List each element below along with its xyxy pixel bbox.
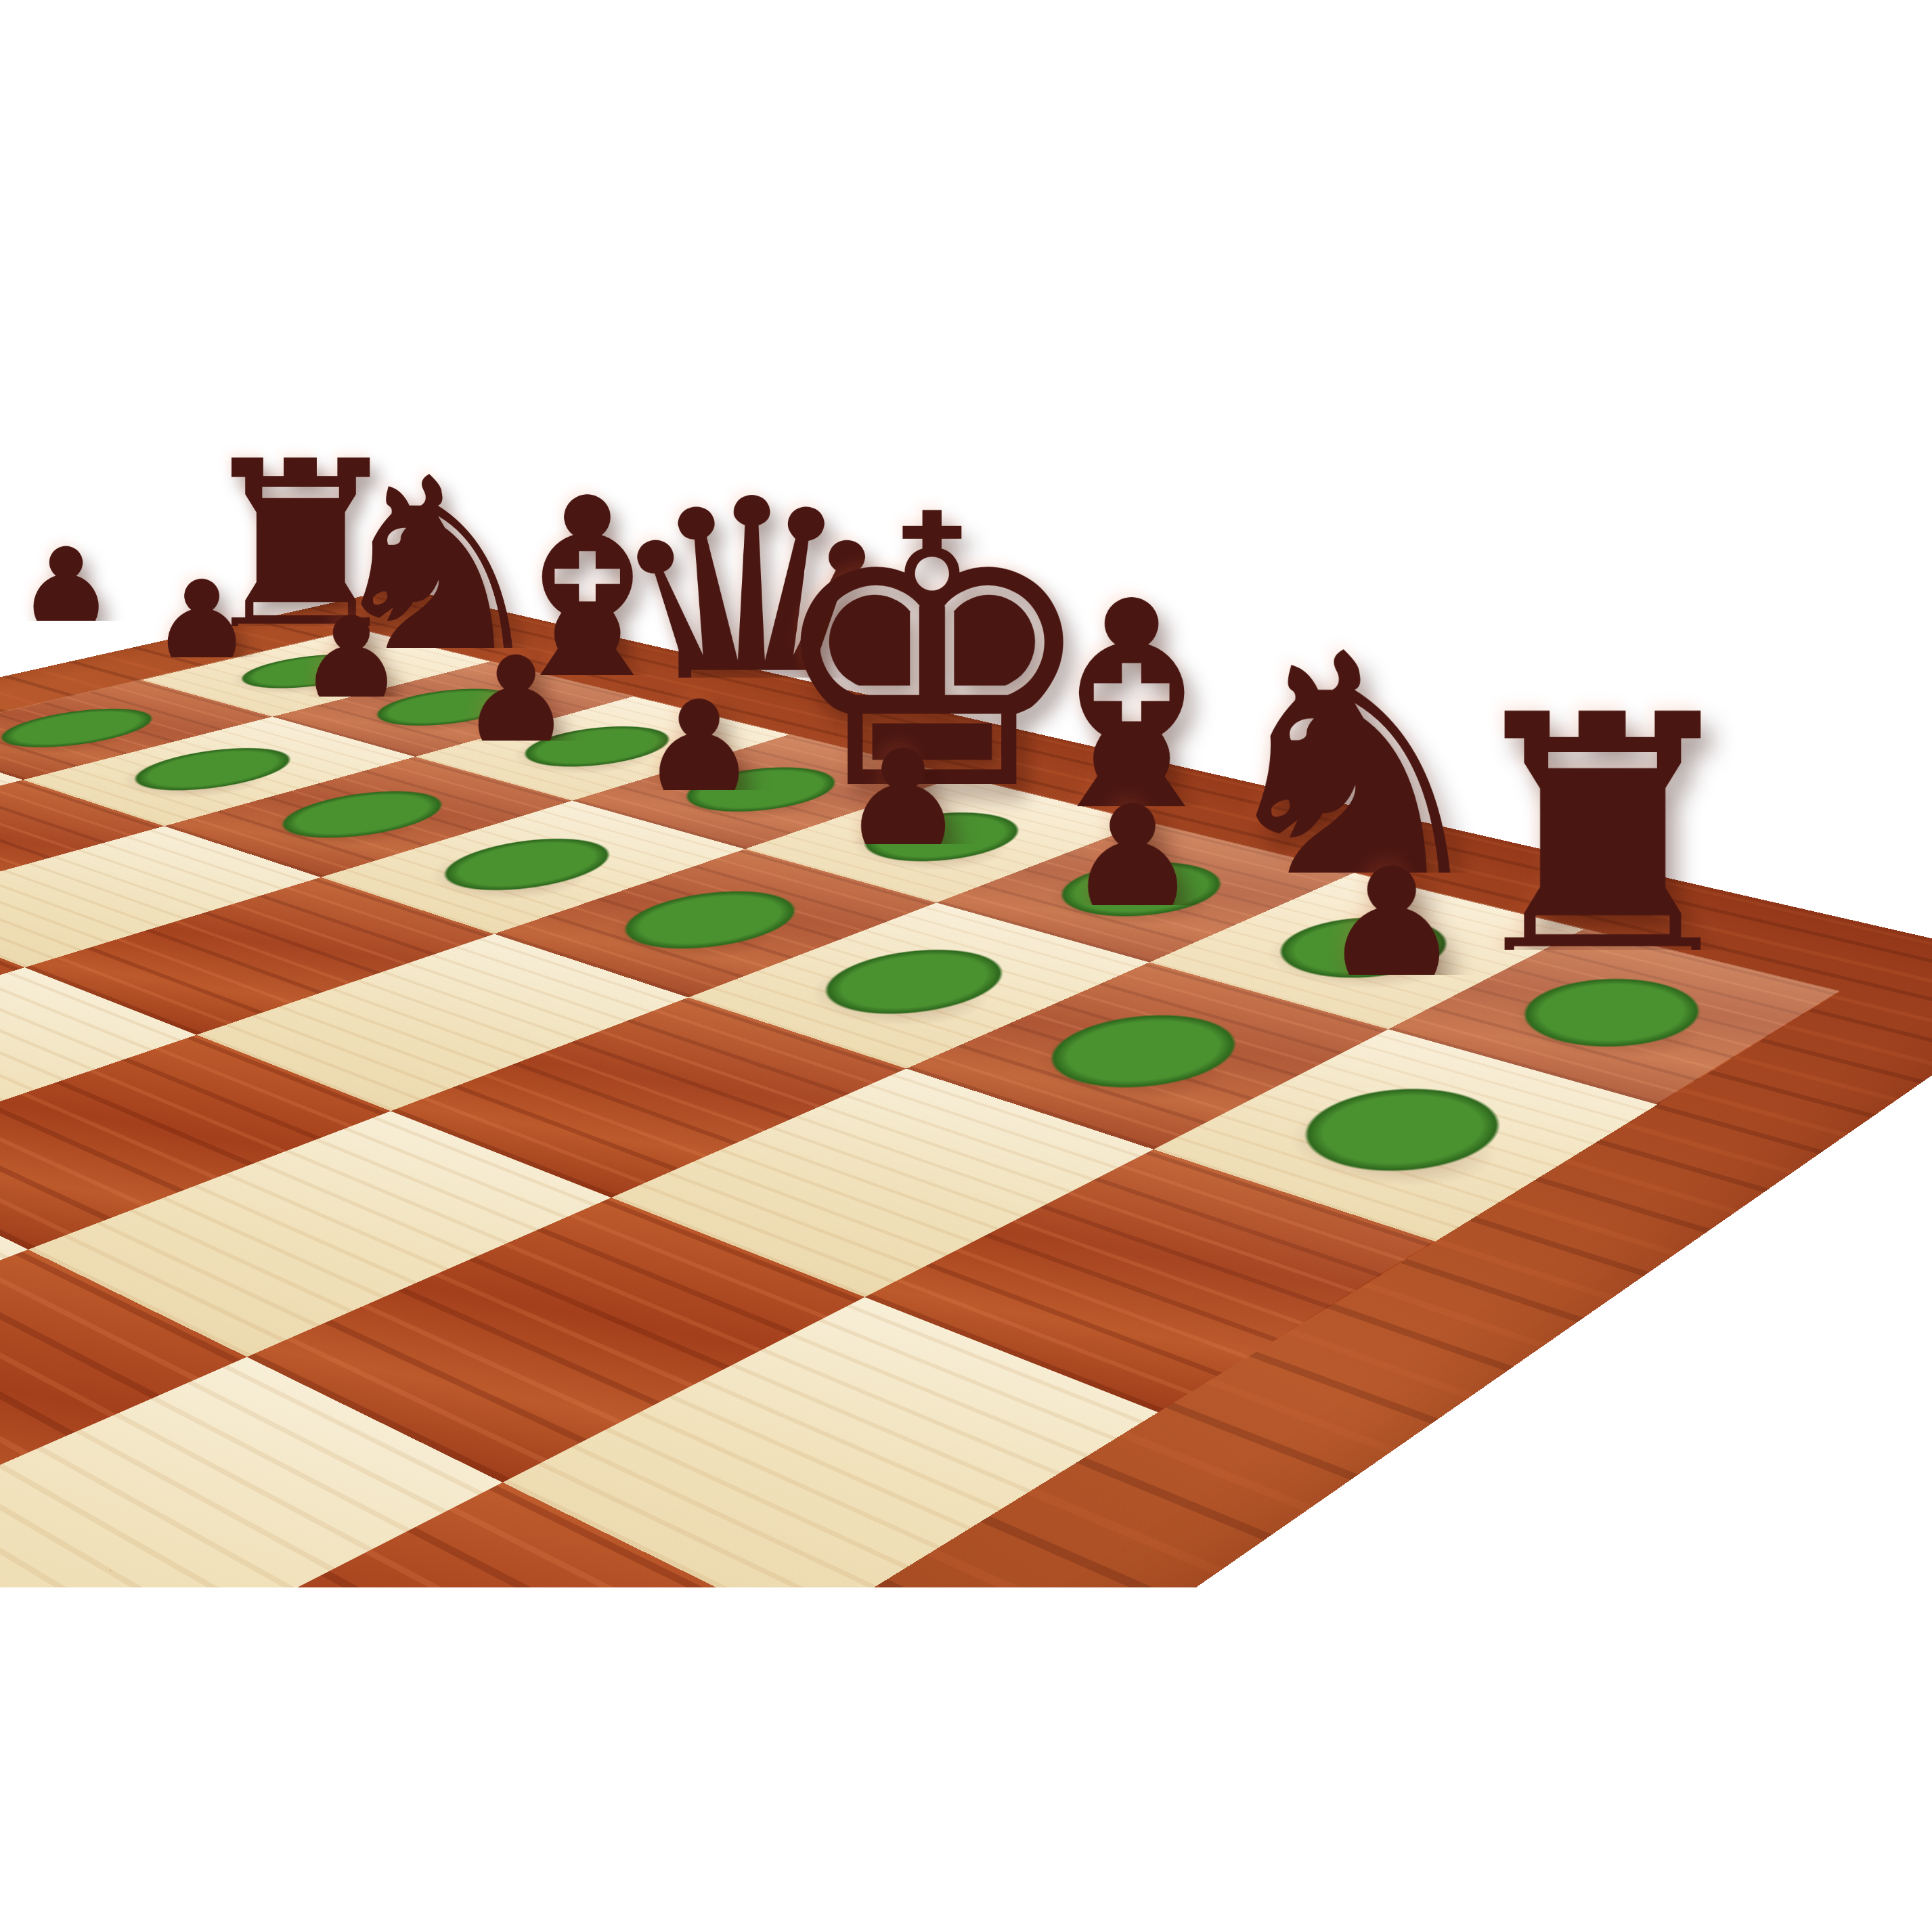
black-pawn-h7[interactable]: ♟ xyxy=(1125,830,1659,1137)
photo-crop-mask xyxy=(0,1587,1932,1932)
square-h5[interactable] xyxy=(502,1297,1158,1631)
